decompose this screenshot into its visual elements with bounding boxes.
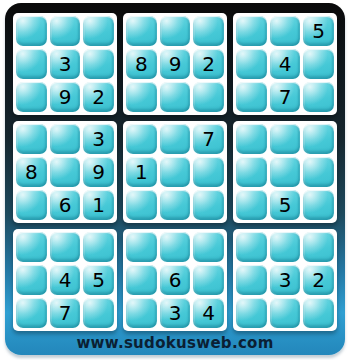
cell-r5c5[interactable]	[160, 157, 191, 187]
cell-r4c6[interactable]: 7	[193, 124, 224, 154]
cell-r8c9[interactable]: 2	[303, 265, 334, 295]
cell-r2c3[interactable]	[83, 49, 114, 79]
cell-r7c6[interactable]	[193, 232, 224, 262]
cell-r6c1[interactable]	[16, 190, 47, 220]
cell-r8c8[interactable]: 3	[270, 265, 301, 295]
cell-r1c1[interactable]	[16, 16, 47, 46]
cell-r4c3[interactable]: 3	[83, 124, 114, 154]
cell-r9c5[interactable]: 3	[160, 298, 191, 328]
cell-r5c7[interactable]	[236, 157, 267, 187]
cell-r8c3[interactable]: 5	[83, 265, 114, 295]
cell-r9c2[interactable]: 7	[50, 298, 81, 328]
cell-r1c7[interactable]	[236, 16, 267, 46]
cell-r1c9[interactable]: 5	[303, 16, 334, 46]
cell-r8c1[interactable]	[16, 265, 47, 295]
cell-r6c2[interactable]: 6	[50, 190, 81, 220]
cell-r9c8[interactable]	[270, 298, 301, 328]
cell-r4c8[interactable]	[270, 124, 301, 154]
cell-r1c8[interactable]	[270, 16, 301, 46]
cell-r8c7[interactable]	[236, 265, 267, 295]
box-2-1: 38961	[13, 121, 117, 223]
cell-r6c7[interactable]	[236, 190, 267, 220]
cell-r1c3[interactable]	[83, 16, 114, 46]
site-url-link[interactable]: www.sudokusweb.com	[76, 334, 273, 352]
cell-r1c6[interactable]	[193, 16, 224, 46]
cell-r4c9[interactable]	[303, 124, 334, 154]
cell-r5c3[interactable]: 9	[83, 157, 114, 187]
cell-r5c2[interactable]	[50, 157, 81, 187]
cell-r9c1[interactable]	[16, 298, 47, 328]
cell-r7c7[interactable]	[236, 232, 267, 262]
cell-r7c2[interactable]	[50, 232, 81, 262]
box-1-3: 547	[233, 13, 337, 115]
cell-r6c4[interactable]	[126, 190, 157, 220]
cell-r7c5[interactable]	[160, 232, 191, 262]
cell-r1c4[interactable]	[126, 16, 157, 46]
cell-r8c6[interactable]	[193, 265, 224, 295]
cell-r3c7[interactable]	[236, 82, 267, 112]
cell-r5c6[interactable]	[193, 157, 224, 187]
cell-r6c8[interactable]: 5	[270, 190, 301, 220]
cell-r5c1[interactable]: 8	[16, 157, 47, 187]
cell-r4c7[interactable]	[236, 124, 267, 154]
cell-r2c7[interactable]	[236, 49, 267, 79]
cell-r8c2[interactable]: 4	[50, 265, 81, 295]
cell-r5c4[interactable]: 1	[126, 157, 157, 187]
cell-r8c5[interactable]: 6	[160, 265, 191, 295]
box-3-1: 457	[13, 229, 117, 331]
cell-r4c4[interactable]	[126, 124, 157, 154]
cell-r4c1[interactable]	[16, 124, 47, 154]
cell-r2c1[interactable]	[16, 49, 47, 79]
box-2-3: 5	[233, 121, 337, 223]
box-1-1: 392	[13, 13, 117, 115]
cell-r2c4[interactable]: 8	[126, 49, 157, 79]
cell-r6c3[interactable]: 1	[83, 190, 114, 220]
cell-r3c3[interactable]: 2	[83, 82, 114, 112]
cell-r9c6[interactable]: 4	[193, 298, 224, 328]
cell-r6c5[interactable]	[160, 190, 191, 220]
cell-r6c6[interactable]	[193, 190, 224, 220]
cell-r9c4[interactable]	[126, 298, 157, 328]
cell-r4c5[interactable]	[160, 124, 191, 154]
cell-r7c1[interactable]	[16, 232, 47, 262]
cell-r4c2[interactable]	[50, 124, 81, 154]
cell-r3c4[interactable]	[126, 82, 157, 112]
cell-r3c5[interactable]	[160, 82, 191, 112]
cell-r7c3[interactable]	[83, 232, 114, 262]
cell-r3c2[interactable]: 9	[50, 82, 81, 112]
cell-r2c2[interactable]: 3	[50, 49, 81, 79]
cell-r3c6[interactable]	[193, 82, 224, 112]
cell-r5c8[interactable]	[270, 157, 301, 187]
cell-r7c4[interactable]	[126, 232, 157, 262]
cell-r3c9[interactable]	[303, 82, 334, 112]
sudoku-board: 3928925473896171545763432	[13, 13, 337, 331]
cell-r5c9[interactable]	[303, 157, 334, 187]
cell-r3c1[interactable]	[16, 82, 47, 112]
cell-r9c3[interactable]	[83, 298, 114, 328]
box-3-3: 32	[233, 229, 337, 331]
cell-r7c9[interactable]	[303, 232, 334, 262]
box-3-2: 634	[123, 229, 227, 331]
cell-r2c8[interactable]: 4	[270, 49, 301, 79]
cell-r2c6[interactable]: 2	[193, 49, 224, 79]
sudoku-widget: 3928925473896171545763432 www.sudokusweb…	[5, 3, 345, 355]
cell-r1c5[interactable]	[160, 16, 191, 46]
cell-r8c4[interactable]	[126, 265, 157, 295]
box-1-2: 892	[123, 13, 227, 115]
cell-r9c9[interactable]	[303, 298, 334, 328]
box-2-2: 71	[123, 121, 227, 223]
cell-r7c8[interactable]	[270, 232, 301, 262]
cell-r9c7[interactable]	[236, 298, 267, 328]
cell-r3c8[interactable]: 7	[270, 82, 301, 112]
cell-r1c2[interactable]	[50, 16, 81, 46]
cell-r2c9[interactable]	[303, 49, 334, 79]
cell-r6c9[interactable]	[303, 190, 334, 220]
footer: www.sudokusweb.com	[13, 331, 337, 355]
cell-r2c5[interactable]: 9	[160, 49, 191, 79]
